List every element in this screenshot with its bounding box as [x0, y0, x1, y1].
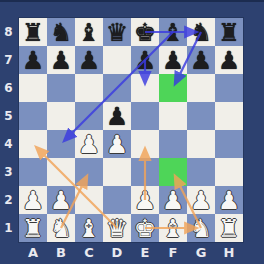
square-a5[interactable]: [19, 102, 47, 130]
square-g3[interactable]: [187, 158, 215, 186]
square-c2[interactable]: [75, 186, 103, 214]
square-a8[interactable]: ♜: [19, 18, 47, 46]
square-c4[interactable]: ♟: [75, 130, 103, 158]
piece-black-pawn[interactable]: ♟: [47, 46, 75, 74]
piece-white-knight[interactable]: ♞: [47, 214, 75, 242]
square-b1[interactable]: ♞: [47, 214, 75, 242]
square-b2[interactable]: ♟: [47, 186, 75, 214]
square-f1[interactable]: ♝: [159, 214, 187, 242]
piece-white-queen[interactable]: ♛: [103, 214, 131, 242]
square-h2[interactable]: ♟: [215, 186, 243, 214]
file-label-d: D: [103, 243, 131, 263]
piece-white-pawn[interactable]: ♟: [187, 186, 215, 214]
piece-black-bishop[interactable]: ♝: [159, 18, 187, 46]
square-b5[interactable]: [47, 102, 75, 130]
square-d4[interactable]: ♟: [103, 130, 131, 158]
piece-black-pawn[interactable]: ♟: [103, 102, 131, 130]
piece-black-king[interactable]: ♚: [131, 18, 159, 46]
square-e5[interactable]: [131, 102, 159, 130]
piece-black-rook[interactable]: ♜: [19, 18, 47, 46]
piece-black-knight[interactable]: ♞: [47, 18, 75, 46]
square-c1[interactable]: ♝: [75, 214, 103, 242]
rank-label-1: 1: [0, 214, 17, 242]
square-d5[interactable]: ♟: [103, 102, 131, 130]
rank-label-7: 7: [0, 46, 17, 74]
piece-black-pawn[interactable]: ♟: [187, 46, 215, 74]
rank-label-2: 2: [0, 186, 17, 214]
piece-white-pawn[interactable]: ♟: [19, 186, 47, 214]
square-b3[interactable]: [47, 158, 75, 186]
file-label-b: B: [47, 243, 75, 263]
piece-black-knight[interactable]: ♞: [187, 18, 215, 46]
square-f5[interactable]: [159, 102, 187, 130]
piece-white-pawn[interactable]: ♟: [131, 186, 159, 214]
file-label-a: A: [19, 243, 47, 263]
square-h8[interactable]: ♜: [215, 18, 243, 46]
square-b4[interactable]: [47, 130, 75, 158]
square-g7[interactable]: ♟: [187, 46, 215, 74]
file-label-c: C: [75, 243, 103, 263]
square-h5[interactable]: [215, 102, 243, 130]
piece-white-pawn[interactable]: ♟: [215, 186, 243, 214]
square-a6[interactable]: [19, 74, 47, 102]
piece-black-pawn[interactable]: ♟: [215, 46, 243, 74]
square-g6[interactable]: [187, 74, 215, 102]
chess-app-window: ♜♞♝♛♚♝♞♜♟♟♟♟♟♟♟♟♟♟♟♟♟♟♟♟♜♞♝♛♚♝♞♜ 8765432…: [0, 0, 264, 264]
piece-white-rook[interactable]: ♜: [215, 214, 243, 242]
square-g8[interactable]: ♞: [187, 18, 215, 46]
file-label-g: G: [187, 243, 215, 263]
piece-white-knight[interactable]: ♞: [187, 214, 215, 242]
chess-board: ♜♞♝♛♚♝♞♜♟♟♟♟♟♟♟♟♟♟♟♟♟♟♟♟♜♞♝♛♚♝♞♜: [19, 18, 243, 242]
square-a2[interactable]: ♟: [19, 186, 47, 214]
piece-white-pawn[interactable]: ♟: [159, 186, 187, 214]
square-e2[interactable]: ♟: [131, 186, 159, 214]
square-c8[interactable]: ♝: [75, 18, 103, 46]
square-b7[interactable]: ♟: [47, 46, 75, 74]
file-label-h: H: [215, 243, 243, 263]
square-b6[interactable]: [47, 74, 75, 102]
square-a3[interactable]: [19, 158, 47, 186]
square-d3[interactable]: [103, 158, 131, 186]
square-h1[interactable]: ♜: [215, 214, 243, 242]
square-d2[interactable]: [103, 186, 131, 214]
square-d6[interactable]: [103, 74, 131, 102]
square-e8[interactable]: ♚: [131, 18, 159, 46]
square-c7[interactable]: ♟: [75, 46, 103, 74]
square-f2[interactable]: ♟: [159, 186, 187, 214]
square-h4[interactable]: [215, 130, 243, 158]
square-e1[interactable]: ♚: [131, 214, 159, 242]
square-e7[interactable]: ♟: [131, 46, 159, 74]
piece-white-pawn[interactable]: ♟: [47, 186, 75, 214]
square-g2[interactable]: ♟: [187, 186, 215, 214]
square-h3[interactable]: [215, 158, 243, 186]
square-h7[interactable]: ♟: [215, 46, 243, 74]
square-g4[interactable]: [187, 130, 215, 158]
square-h6[interactable]: [215, 74, 243, 102]
square-d7[interactable]: [103, 46, 131, 74]
square-f7[interactable]: ♟: [159, 46, 187, 74]
square-d1[interactable]: ♛: [103, 214, 131, 242]
piece-black-pawn[interactable]: ♟: [75, 46, 103, 74]
piece-black-pawn[interactable]: ♟: [19, 46, 47, 74]
piece-white-pawn[interactable]: ♟: [103, 130, 131, 158]
rank-label-6: 6: [0, 74, 17, 102]
square-e6[interactable]: [131, 74, 159, 102]
piece-white-pawn[interactable]: ♟: [75, 130, 103, 158]
piece-black-bishop[interactable]: ♝: [75, 18, 103, 46]
rank-label-5: 5: [0, 102, 17, 130]
square-c6[interactable]: [75, 74, 103, 102]
square-a7[interactable]: ♟: [19, 46, 47, 74]
file-label-e: E: [131, 243, 159, 263]
square-a4[interactable]: [19, 130, 47, 158]
piece-black-pawn[interactable]: ♟: [159, 46, 187, 74]
piece-white-bishop[interactable]: ♝: [75, 214, 103, 242]
square-b8[interactable]: ♞: [47, 18, 75, 46]
rank-label-8: 8: [0, 18, 17, 46]
piece-white-king[interactable]: ♚: [131, 214, 159, 242]
square-f8[interactable]: ♝: [159, 18, 187, 46]
square-e3[interactable]: [131, 158, 159, 186]
square-f4[interactable]: [159, 130, 187, 158]
piece-black-rook[interactable]: ♜: [215, 18, 243, 46]
square-g5[interactable]: [187, 102, 215, 130]
square-g1[interactable]: ♞: [187, 214, 215, 242]
piece-black-queen[interactable]: ♛: [103, 18, 131, 46]
square-f3[interactable]: [159, 158, 187, 186]
square-a1[interactable]: ♜: [19, 214, 47, 242]
piece-black-pawn[interactable]: ♟: [131, 46, 159, 74]
piece-white-rook[interactable]: ♜: [19, 214, 47, 242]
square-e4[interactable]: [131, 130, 159, 158]
square-c5[interactable]: [75, 102, 103, 130]
rank-label-3: 3: [0, 158, 17, 186]
square-d8[interactable]: ♛: [103, 18, 131, 46]
rank-label-4: 4: [0, 130, 17, 158]
square-c3[interactable]: [75, 158, 103, 186]
piece-white-bishop[interactable]: ♝: [159, 214, 187, 242]
square-f6[interactable]: [159, 74, 187, 102]
file-label-f: F: [159, 243, 187, 263]
